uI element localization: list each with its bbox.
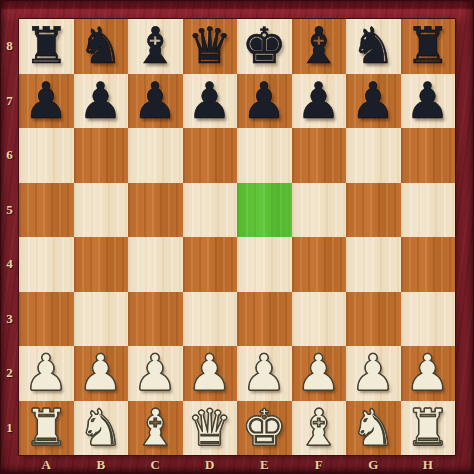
rank-label-5: 5 <box>0 183 19 238</box>
black-pawn[interactable]: ♟ <box>296 74 341 128</box>
black-pawn[interactable]: ♟ <box>351 74 396 128</box>
rank-label-6: 6 <box>0 128 19 183</box>
rank-label-3: 3 <box>0 292 19 347</box>
square-g6[interactable] <box>346 128 401 183</box>
rank-label-4: 4 <box>0 237 19 292</box>
file-label-H: H <box>401 455 456 474</box>
square-f2[interactable]: ♟ <box>292 346 347 401</box>
white-rook[interactable]: ♜ <box>405 401 450 455</box>
white-knight[interactable]: ♞ <box>78 401 123 455</box>
rank-label-1: 1 <box>0 401 19 456</box>
rank-label-2: 2 <box>0 346 19 401</box>
white-pawn[interactable]: ♟ <box>242 346 287 400</box>
white-queen[interactable]: ♛ <box>187 401 232 455</box>
square-b5[interactable] <box>74 183 129 238</box>
square-b1[interactable]: ♞ <box>74 401 129 456</box>
black-pawn[interactable]: ♟ <box>242 74 287 128</box>
black-rook[interactable]: ♜ <box>405 19 450 73</box>
square-f6[interactable] <box>292 128 347 183</box>
square-c7[interactable]: ♟ <box>128 74 183 129</box>
white-bishop[interactable]: ♝ <box>133 401 178 455</box>
file-label-B: B <box>74 455 129 474</box>
square-h6[interactable] <box>401 128 456 183</box>
square-d4[interactable] <box>183 237 238 292</box>
white-rook[interactable]: ♜ <box>24 401 69 455</box>
white-pawn[interactable]: ♟ <box>187 346 232 400</box>
square-h2[interactable]: ♟ <box>401 346 456 401</box>
square-b6[interactable] <box>74 128 129 183</box>
square-g3[interactable] <box>346 292 401 347</box>
square-d8[interactable]: ♛ <box>183 19 238 74</box>
rank-label-7: 7 <box>0 74 19 129</box>
square-h7[interactable]: ♟ <box>401 74 456 129</box>
square-e4[interactable] <box>237 237 292 292</box>
square-c6[interactable] <box>128 128 183 183</box>
square-b4[interactable] <box>74 237 129 292</box>
square-g8[interactable]: ♞ <box>346 19 401 74</box>
square-d7[interactable]: ♟ <box>183 74 238 129</box>
black-pawn[interactable]: ♟ <box>78 74 123 128</box>
square-h5[interactable] <box>401 183 456 238</box>
square-a6[interactable] <box>19 128 74 183</box>
square-g5[interactable] <box>346 183 401 238</box>
square-e5[interactable] <box>237 183 292 238</box>
square-c2[interactable]: ♟ <box>128 346 183 401</box>
square-a4[interactable] <box>19 237 74 292</box>
black-pawn[interactable]: ♟ <box>133 74 178 128</box>
file-label-A: A <box>19 455 74 474</box>
square-d2[interactable]: ♟ <box>183 346 238 401</box>
square-b2[interactable]: ♟ <box>74 346 129 401</box>
square-a1[interactable]: ♜ <box>19 401 74 456</box>
square-a3[interactable] <box>19 292 74 347</box>
black-pawn[interactable]: ♟ <box>187 74 232 128</box>
white-pawn[interactable]: ♟ <box>78 346 123 400</box>
square-d3[interactable] <box>183 292 238 347</box>
file-label-F: F <box>292 455 347 474</box>
white-king[interactable]: ♚ <box>242 401 287 455</box>
white-bishop[interactable]: ♝ <box>296 401 341 455</box>
square-a5[interactable] <box>19 183 74 238</box>
square-b7[interactable]: ♟ <box>74 74 129 129</box>
white-knight[interactable]: ♞ <box>351 401 396 455</box>
square-g7[interactable]: ♟ <box>346 74 401 129</box>
square-g2[interactable]: ♟ <box>346 346 401 401</box>
square-c4[interactable] <box>128 237 183 292</box>
square-f3[interactable] <box>292 292 347 347</box>
square-a8[interactable]: ♜ <box>19 19 74 74</box>
chess-board[interactable]: ♜♞♝♛♚♝♞♜♟♟♟♟♟♟♟♟♟♟♟♟♟♟♟♟♜♞♝♛♚♝♞♜ <box>19 19 455 455</box>
square-g4[interactable] <box>346 237 401 292</box>
square-f8[interactable]: ♝ <box>292 19 347 74</box>
white-pawn[interactable]: ♟ <box>351 346 396 400</box>
white-pawn[interactable]: ♟ <box>405 346 450 400</box>
square-f1[interactable]: ♝ <box>292 401 347 456</box>
square-f5[interactable] <box>292 183 347 238</box>
square-d5[interactable] <box>183 183 238 238</box>
rank-label-8: 8 <box>0 19 19 74</box>
square-c5[interactable] <box>128 183 183 238</box>
square-d6[interactable] <box>183 128 238 183</box>
square-c8[interactable]: ♝ <box>128 19 183 74</box>
square-e8[interactable]: ♚ <box>237 19 292 74</box>
black-pawn[interactable]: ♟ <box>24 74 69 128</box>
black-bishop[interactable]: ♝ <box>133 19 178 73</box>
square-h4[interactable] <box>401 237 456 292</box>
square-h8[interactable]: ♜ <box>401 19 456 74</box>
black-bishop[interactable]: ♝ <box>296 19 341 73</box>
black-pawn[interactable]: ♟ <box>405 74 450 128</box>
file-label-C: C <box>128 455 183 474</box>
square-h1[interactable]: ♜ <box>401 401 456 456</box>
square-f4[interactable] <box>292 237 347 292</box>
square-e6[interactable] <box>237 128 292 183</box>
square-c1[interactable]: ♝ <box>128 401 183 456</box>
square-h3[interactable] <box>401 292 456 347</box>
black-knight[interactable]: ♞ <box>78 19 123 73</box>
square-a2[interactable]: ♟ <box>19 346 74 401</box>
square-e1[interactable]: ♚ <box>237 401 292 456</box>
rank-labels: 87654321 <box>0 19 19 455</box>
square-g1[interactable]: ♞ <box>346 401 401 456</box>
black-queen[interactable]: ♛ <box>187 19 232 73</box>
black-rook[interactable]: ♜ <box>24 19 69 73</box>
file-label-D: D <box>183 455 238 474</box>
white-pawn[interactable]: ♟ <box>296 346 341 400</box>
white-pawn[interactable]: ♟ <box>133 346 178 400</box>
file-label-E: E <box>237 455 292 474</box>
square-b8[interactable]: ♞ <box>74 19 129 74</box>
square-b3[interactable] <box>74 292 129 347</box>
black-king[interactable]: ♚ <box>242 19 287 73</box>
chess-board-frame: 87654321 ABCDEFGH ♜♞♝♛♚♝♞♜♟♟♟♟♟♟♟♟♟♟♟♟♟♟… <box>0 0 474 474</box>
square-e2[interactable]: ♟ <box>237 346 292 401</box>
square-c3[interactable] <box>128 292 183 347</box>
square-a7[interactable]: ♟ <box>19 74 74 129</box>
square-f7[interactable]: ♟ <box>292 74 347 129</box>
square-e7[interactable]: ♟ <box>237 74 292 129</box>
square-d1[interactable]: ♛ <box>183 401 238 456</box>
file-labels: ABCDEFGH <box>19 455 455 474</box>
square-e3[interactable] <box>237 292 292 347</box>
black-knight[interactable]: ♞ <box>351 19 396 73</box>
white-pawn[interactable]: ♟ <box>24 346 69 400</box>
file-label-G: G <box>346 455 401 474</box>
